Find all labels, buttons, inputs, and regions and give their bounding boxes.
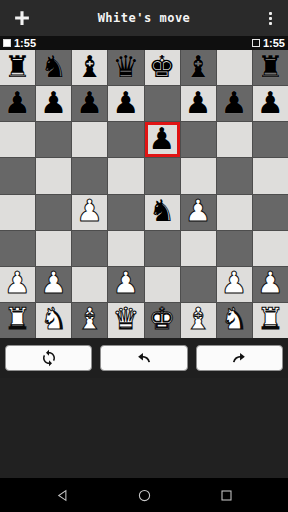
black-clock-time: 1:55	[263, 36, 285, 50]
white-pawn: ♟︎	[76, 196, 103, 226]
android-recents-button[interactable]	[206, 478, 246, 512]
square-a6[interactable]	[0, 122, 35, 157]
square-c6[interactable]	[72, 122, 107, 157]
new-game-button[interactable]	[4, 0, 40, 36]
black-queen: ♛︎	[112, 52, 139, 82]
square-b4[interactable]	[36, 195, 71, 230]
black-rook: ♜︎	[4, 52, 31, 82]
square-f4[interactable]: ♟︎	[181, 195, 216, 230]
square-f3[interactable]	[181, 231, 216, 266]
square-b2[interactable]: ♟︎	[36, 267, 71, 302]
white-pawn: ♟︎	[40, 268, 67, 298]
control-bar	[0, 338, 288, 378]
square-b6[interactable]	[36, 122, 71, 157]
square-c3[interactable]	[72, 231, 107, 266]
square-c7[interactable]: ♟︎	[72, 86, 107, 121]
square-d1[interactable]: ♛︎	[108, 303, 143, 338]
black-player-icon	[252, 39, 260, 47]
redo-button[interactable]	[196, 345, 283, 371]
square-h2[interactable]: ♟︎	[253, 267, 288, 302]
plus-icon	[11, 7, 33, 29]
square-h7[interactable]: ♟︎	[253, 86, 288, 121]
square-g5[interactable]	[217, 158, 252, 193]
black-pawn: ♟︎	[4, 88, 31, 118]
square-d7[interactable]: ♟︎	[108, 86, 143, 121]
kebab-menu-icon	[269, 12, 272, 25]
back-triangle-icon	[55, 488, 70, 503]
android-back-button[interactable]	[42, 478, 82, 512]
chess-board: ♜︎♞︎♝︎♛︎♚︎♝︎♜︎♟︎♟︎♟︎♟︎♟︎♟︎♟︎♟︎♟︎♞︎♟︎♟︎♟︎…	[0, 50, 288, 338]
square-a4[interactable]	[0, 195, 35, 230]
square-a5[interactable]	[0, 158, 35, 193]
recents-square-icon	[219, 488, 234, 503]
undo-arrow-icon	[134, 349, 154, 367]
white-clock: 1:55	[3, 36, 36, 50]
square-a3[interactable]	[0, 231, 35, 266]
empty-area	[0, 378, 288, 478]
redo-arrow-icon	[229, 349, 249, 367]
square-f7[interactable]: ♟︎	[181, 86, 216, 121]
square-g7[interactable]: ♟︎	[217, 86, 252, 121]
square-g8[interactable]	[217, 50, 252, 85]
white-rook: ♜︎	[257, 304, 284, 334]
toolbar: White's move	[0, 0, 288, 36]
square-a2[interactable]: ♟︎	[0, 267, 35, 302]
square-g1[interactable]: ♞︎	[217, 303, 252, 338]
white-king: ♚︎	[149, 304, 176, 334]
white-knight: ♞︎	[40, 304, 67, 334]
white-pawn: ♟︎	[4, 268, 31, 298]
square-f2[interactable]	[181, 267, 216, 302]
white-pawn: ♟︎	[112, 268, 139, 298]
square-a1[interactable]: ♜︎	[0, 303, 35, 338]
black-king: ♚︎	[149, 52, 176, 82]
white-pawn: ♟︎	[257, 268, 284, 298]
overflow-menu-button[interactable]	[252, 0, 288, 36]
square-g3[interactable]	[217, 231, 252, 266]
square-b1[interactable]: ♞︎	[36, 303, 71, 338]
white-rook: ♜︎	[4, 304, 31, 334]
square-h8[interactable]: ♜︎	[253, 50, 288, 85]
square-h4[interactable]	[253, 195, 288, 230]
white-pawn: ♟︎	[221, 268, 248, 298]
square-c2[interactable]	[72, 267, 107, 302]
white-player-icon	[3, 39, 11, 47]
android-home-button[interactable]	[124, 478, 164, 512]
black-pawn: ♟︎	[40, 88, 67, 118]
black-knight: ♞︎	[40, 52, 67, 82]
square-d6[interactable]	[108, 122, 143, 157]
white-knight: ♞︎	[221, 304, 248, 334]
black-pawn: ♟︎	[257, 88, 284, 118]
square-b5[interactable]	[36, 158, 71, 193]
white-bishop: ♝︎	[185, 304, 212, 334]
square-f5[interactable]	[181, 158, 216, 193]
black-knight: ♞︎	[149, 196, 176, 226]
square-c4[interactable]: ♟︎	[72, 195, 107, 230]
square-g4[interactable]	[217, 195, 252, 230]
android-nav-bar	[0, 478, 288, 512]
square-f8[interactable]: ♝︎	[181, 50, 216, 85]
clock-bar: 1:55 1:55	[0, 36, 288, 50]
square-b7[interactable]: ♟︎	[36, 86, 71, 121]
square-e7[interactable]	[145, 86, 180, 121]
flip-or-sync-button[interactable]	[5, 345, 92, 371]
square-e2[interactable]	[145, 267, 180, 302]
square-d2[interactable]: ♟︎	[108, 267, 143, 302]
square-f6[interactable]	[181, 122, 216, 157]
square-c1[interactable]: ♝︎	[72, 303, 107, 338]
square-h1[interactable]: ♜︎	[253, 303, 288, 338]
white-clock-time: 1:55	[14, 36, 36, 50]
square-g6[interactable]	[217, 122, 252, 157]
square-d8[interactable]: ♛︎	[108, 50, 143, 85]
square-f1[interactable]: ♝︎	[181, 303, 216, 338]
black-pawn: ♟︎	[221, 88, 248, 118]
black-clock: 1:55	[252, 36, 285, 50]
square-d5[interactable]	[108, 158, 143, 193]
black-bishop: ♝︎	[185, 52, 212, 82]
black-bishop: ♝︎	[76, 52, 103, 82]
sync-arrows-icon	[40, 349, 58, 367]
chess-app-screen: White's move 1:55 1:55 ♜︎♞︎♝︎♛︎♚︎♝︎♜︎♟︎♟…	[0, 0, 288, 512]
square-e3[interactable]	[145, 231, 180, 266]
square-e8[interactable]: ♚︎	[145, 50, 180, 85]
square-c5[interactable]	[72, 158, 107, 193]
black-pawn: ♟︎	[112, 88, 139, 118]
black-pawn: ♟︎	[149, 124, 176, 154]
square-e5[interactable]	[145, 158, 180, 193]
square-e4[interactable]: ♞︎	[145, 195, 180, 230]
square-e1[interactable]: ♚︎	[145, 303, 180, 338]
undo-button[interactable]	[100, 345, 187, 371]
black-rook: ♜︎	[257, 52, 284, 82]
square-e6[interactable]: ♟︎	[145, 122, 180, 157]
square-g2[interactable]: ♟︎	[217, 267, 252, 302]
square-a7[interactable]: ♟︎	[0, 86, 35, 121]
home-circle-icon	[137, 488, 152, 503]
white-bishop: ♝︎	[76, 304, 103, 334]
white-queen: ♛︎	[112, 304, 139, 334]
black-pawn: ♟︎	[76, 88, 103, 118]
black-pawn: ♟︎	[185, 88, 212, 118]
square-a8[interactable]: ♜︎	[0, 50, 35, 85]
square-c8[interactable]: ♝︎	[72, 50, 107, 85]
square-h5[interactable]	[253, 158, 288, 193]
white-pawn: ♟︎	[185, 196, 212, 226]
square-d4[interactable]	[108, 195, 143, 230]
square-b8[interactable]: ♞︎	[36, 50, 71, 85]
square-d3[interactable]	[108, 231, 143, 266]
square-h6[interactable]	[253, 122, 288, 157]
page-title: White's move	[0, 11, 288, 25]
square-h3[interactable]	[253, 231, 288, 266]
square-b3[interactable]	[36, 231, 71, 266]
